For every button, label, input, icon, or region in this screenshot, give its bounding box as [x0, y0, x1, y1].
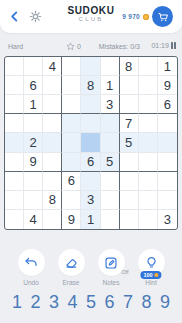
difficulty-label: Hard	[8, 43, 23, 50]
sudoku-cell-r4c5[interactable]	[81, 114, 100, 133]
sudoku-cell-r2c5[interactable]: 8	[81, 76, 100, 95]
undo-label: Undo	[23, 279, 39, 286]
sudoku-cell-r9c3[interactable]	[43, 210, 62, 229]
sudoku-cell-r9c5[interactable]: 1	[81, 210, 100, 229]
notes-label: Notes	[103, 279, 120, 286]
sudoku-cell-r3c7[interactable]	[120, 95, 139, 114]
sudoku-cell-r8c9[interactable]	[158, 191, 177, 210]
settings-button[interactable]	[29, 10, 42, 23]
sudoku-cell-r3c8[interactable]	[139, 95, 158, 114]
erase-label: Erase	[63, 279, 80, 286]
numpad-4[interactable]: 4	[66, 292, 80, 312]
timer: 01:19	[151, 42, 176, 49]
numpad-2[interactable]: 2	[29, 292, 43, 312]
pause-button[interactable]	[171, 42, 176, 49]
sudoku-cell-r2c7[interactable]	[120, 76, 139, 95]
sudoku-cell-r5c8[interactable]	[139, 133, 158, 152]
sudoku-cell-r9c2[interactable]: 4	[24, 210, 43, 229]
sudoku-cell-r4c1[interactable]	[5, 114, 24, 133]
score-value: 0	[77, 43, 81, 50]
sudoku-cell-r6c8[interactable]	[139, 153, 158, 172]
sudoku-cell-r9c8[interactable]	[139, 210, 158, 229]
sudoku-cell-r9c6[interactable]	[101, 210, 120, 229]
sudoku-cell-r6c6[interactable]: 5	[101, 153, 120, 172]
sudoku-cell-r4c3[interactable]	[43, 114, 62, 133]
gear-icon	[29, 10, 42, 23]
sudoku-cell-r2c1[interactable]	[5, 76, 24, 95]
sudoku-cell-r7c1[interactable]	[5, 172, 24, 191]
hint-label: Hint	[145, 279, 157, 286]
sudoku-cell-r7c3[interactable]	[43, 172, 62, 191]
sudoku-cell-r4c9[interactable]	[158, 114, 177, 133]
sudoku-cell-r6c4[interactable]	[62, 153, 81, 172]
sudoku-cell-r8c4[interactable]	[62, 191, 81, 210]
mistakes-label: Mistakes: 0/3	[99, 43, 140, 50]
sudoku-app-screen: SUDOKU CLUB 9 970 Hard 0	[0, 0, 182, 323]
notes-state-badge: Off	[121, 269, 128, 275]
sudoku-cell-r2c2[interactable]: 6	[24, 76, 43, 95]
sudoku-cell-r8c1[interactable]	[5, 191, 24, 210]
sudoku-cell-r1c5[interactable]	[81, 57, 100, 76]
numpad-8[interactable]: 8	[140, 292, 154, 312]
lightbulb-icon	[145, 256, 158, 270]
sudoku-cell-r7c7[interactable]	[120, 172, 139, 191]
sudoku-cell-r5c5[interactable]	[81, 133, 100, 152]
sudoku-cell-r3c4[interactable]	[62, 95, 81, 114]
numpad-6[interactable]: 6	[103, 292, 117, 312]
notes-pencil-icon	[104, 256, 118, 270]
numpad-7[interactable]: 7	[121, 292, 135, 312]
sudoku-cell-r1c6[interactable]	[101, 57, 120, 76]
sudoku-cell-r8c7[interactable]	[120, 191, 139, 210]
sudoku-cell-r3c5[interactable]	[81, 95, 100, 114]
sudoku-cell-r6c5[interactable]: 6	[81, 153, 100, 172]
cart-icon	[157, 11, 169, 23]
sudoku-cell-r4c4[interactable]	[62, 114, 81, 133]
sudoku-cell-r5c1[interactable]	[5, 133, 24, 152]
sudoku-cell-r3c6[interactable]: 3	[101, 95, 120, 114]
sudoku-cell-r2c8[interactable]	[139, 76, 158, 95]
toolbar: Undo Erase Of	[0, 249, 182, 286]
sudoku-cell-r9c1[interactable]	[5, 210, 24, 229]
shop-button[interactable]	[152, 6, 173, 27]
sudoku-cell-r6c9[interactable]	[158, 153, 177, 172]
sudoku-cell-r5c2[interactable]: 2	[24, 133, 43, 152]
chevron-left-icon	[9, 11, 20, 22]
sudoku-board: 48168191367259656834913	[4, 56, 178, 230]
coin-balance: 9 970	[122, 13, 140, 20]
sudoku-cell-r3c1[interactable]	[5, 95, 24, 114]
sudoku-cell-r6c1[interactable]	[5, 153, 24, 172]
coin-icon	[143, 14, 149, 20]
hint-cost-value: 100	[143, 272, 152, 278]
hint-coin-icon	[154, 273, 159, 278]
erase-button[interactable]: Erase	[51, 249, 91, 286]
undo-button[interactable]: Undo	[11, 249, 51, 286]
sudoku-cell-r6c2[interactable]: 9	[24, 153, 43, 172]
sudoku-cell-r3c9[interactable]: 6	[158, 95, 177, 114]
sudoku-cell-r6c3[interactable]	[43, 153, 62, 172]
sudoku-cell-r8c2[interactable]	[24, 191, 43, 210]
sudoku-cell-r5c7[interactable]: 5	[120, 133, 139, 152]
sudoku-cell-r7c5[interactable]	[81, 172, 100, 191]
sudoku-cell-r2c6[interactable]: 1	[101, 76, 120, 95]
sudoku-cell-r3c3[interactable]	[43, 95, 62, 114]
sudoku-cell-r2c4[interactable]	[62, 76, 81, 95]
sudoku-cell-r1c3[interactable]: 4	[43, 57, 62, 76]
sudoku-cell-r3c2[interactable]: 1	[24, 95, 43, 114]
numpad: 123456789	[0, 292, 182, 312]
numpad-3[interactable]: 3	[47, 292, 61, 312]
numpad-1[interactable]: 1	[10, 292, 24, 312]
sudoku-cell-r7c4[interactable]: 6	[62, 172, 81, 191]
sudoku-cell-r5c3[interactable]	[43, 133, 62, 152]
sudoku-cell-r7c8[interactable]	[139, 172, 158, 191]
sudoku-cell-r4c7[interactable]: 7	[120, 114, 139, 133]
undo-icon	[24, 256, 38, 270]
sudoku-cell-r5c4[interactable]	[62, 133, 81, 152]
sudoku-cell-r9c9[interactable]: 3	[158, 210, 177, 229]
sudoku-cell-r8c3[interactable]: 8	[43, 191, 62, 210]
sudoku-cell-r7c9[interactable]	[158, 172, 177, 191]
eraser-icon	[64, 256, 78, 270]
sudoku-cell-r8c6[interactable]	[101, 191, 120, 210]
sudoku-cell-r1c1[interactable]	[5, 57, 24, 76]
star-icon	[66, 42, 75, 51]
hint-button[interactable]: 100 Hint	[131, 249, 171, 286]
sudoku-cell-r7c2[interactable]	[24, 172, 43, 191]
sudoku-cell-r4c6[interactable]	[101, 114, 120, 133]
sudoku-cell-r7c6[interactable]	[101, 172, 120, 191]
sudoku-cell-r5c9[interactable]	[158, 133, 177, 152]
numpad-9[interactable]: 9	[158, 292, 172, 312]
sudoku-cell-r4c8[interactable]	[139, 114, 158, 133]
sudoku-cell-r2c3[interactable]	[43, 76, 62, 95]
sudoku-cell-r4c2[interactable]	[24, 114, 43, 133]
sudoku-cell-r1c4[interactable]	[62, 57, 81, 76]
sudoku-cell-r1c2[interactable]	[24, 57, 43, 76]
hint-cost-badge: 100	[140, 271, 161, 279]
score-indicator: 0	[66, 42, 81, 51]
sudoku-cell-r5c6[interactable]	[101, 133, 120, 152]
timer-value: 01:19	[151, 42, 169, 49]
numpad-5[interactable]: 5	[84, 292, 98, 312]
sudoku-cell-r9c4[interactable]: 9	[62, 210, 81, 229]
notes-button[interactable]: Off Notes	[91, 249, 131, 286]
sudoku-cell-r8c8[interactable]	[139, 191, 158, 210]
sudoku-cell-r1c7[interactable]: 8	[120, 57, 139, 76]
header: SUDOKU CLUB 9 970	[0, 0, 182, 33]
sudoku-cell-r2c9[interactable]: 9	[158, 76, 177, 95]
sudoku-cell-r6c7[interactable]	[120, 153, 139, 172]
sudoku-cell-r1c8[interactable]	[139, 57, 158, 76]
sudoku-cell-r9c7[interactable]	[120, 210, 139, 229]
sudoku-cell-r1c9[interactable]: 1	[158, 57, 177, 76]
status-bar: Hard 0 Mistakes: 0/3 01:19	[8, 43, 176, 53]
sudoku-cell-r8c5[interactable]: 3	[81, 191, 100, 210]
back-button[interactable]	[9, 11, 20, 22]
